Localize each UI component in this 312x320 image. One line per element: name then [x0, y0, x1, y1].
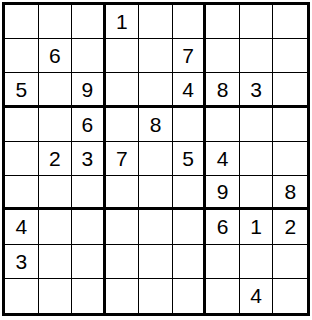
cell-r3c4[interactable]: [106, 73, 140, 107]
cell-r2c4[interactable]: [106, 39, 140, 73]
cell-r5c7[interactable]: 4: [206, 142, 240, 176]
cell-r4c5[interactable]: 8: [139, 108, 173, 142]
cell-r5c9[interactable]: [273, 142, 307, 176]
cell-r1c5[interactable]: [139, 5, 173, 39]
cell-r4c1[interactable]: [5, 108, 39, 142]
cell-r2c9[interactable]: [273, 39, 307, 73]
cell-r8c3[interactable]: [72, 245, 106, 279]
cell-r1c1[interactable]: [5, 5, 39, 39]
cell-r4c4[interactable]: [106, 108, 140, 142]
cell-r2c3[interactable]: [72, 39, 106, 73]
cell-r3c3[interactable]: 9: [72, 73, 106, 107]
cell-r8c6[interactable]: [173, 245, 207, 279]
cell-r5c2[interactable]: 2: [39, 142, 73, 176]
cell-r6c4[interactable]: [106, 176, 140, 210]
cell-r9c2[interactable]: [39, 279, 73, 313]
cell-r2c5[interactable]: [139, 39, 173, 73]
cell-r3c5[interactable]: [139, 73, 173, 107]
cell-r6c2[interactable]: [39, 176, 73, 210]
cell-r5c8[interactable]: [240, 142, 274, 176]
cell-r7c9[interactable]: 2: [273, 210, 307, 244]
cell-r6c6[interactable]: [173, 176, 207, 210]
cell-r9c7[interactable]: [206, 279, 240, 313]
cell-r9c5[interactable]: [139, 279, 173, 313]
cell-r3c6[interactable]: 4: [173, 73, 207, 107]
cell-r1c3[interactable]: [72, 5, 106, 39]
cell-r6c1[interactable]: [5, 176, 39, 210]
cell-r7c7[interactable]: 6: [206, 210, 240, 244]
cell-r8c9[interactable]: [273, 245, 307, 279]
cell-r5c5[interactable]: [139, 142, 173, 176]
cell-r4c6[interactable]: [173, 108, 207, 142]
sudoku-board: 16759483682375498461234: [2, 2, 310, 316]
cell-r6c9[interactable]: 8: [273, 176, 307, 210]
cell-r5c1[interactable]: [5, 142, 39, 176]
cell-r8c2[interactable]: [39, 245, 73, 279]
cell-r8c7[interactable]: [206, 245, 240, 279]
cell-r7c1[interactable]: 4: [5, 210, 39, 244]
cell-r5c6[interactable]: 5: [173, 142, 207, 176]
cell-r9c9[interactable]: [273, 279, 307, 313]
cell-r6c3[interactable]: [72, 176, 106, 210]
cell-r4c3[interactable]: 6: [72, 108, 106, 142]
cell-r9c3[interactable]: [72, 279, 106, 313]
cell-r8c5[interactable]: [139, 245, 173, 279]
cell-r6c5[interactable]: [139, 176, 173, 210]
cell-r4c2[interactable]: [39, 108, 73, 142]
cell-r9c1[interactable]: [5, 279, 39, 313]
cell-r7c8[interactable]: 1: [240, 210, 274, 244]
sudoku-screenshot: 16759483682375498461234: [0, 0, 312, 320]
cell-r3c9[interactable]: [273, 73, 307, 107]
cell-r8c1[interactable]: 3: [5, 245, 39, 279]
cell-r4c9[interactable]: [273, 108, 307, 142]
cell-r5c3[interactable]: 3: [72, 142, 106, 176]
cell-r5c4[interactable]: 7: [106, 142, 140, 176]
cell-r1c6[interactable]: [173, 5, 207, 39]
cell-r2c7[interactable]: [206, 39, 240, 73]
cell-r6c8[interactable]: [240, 176, 274, 210]
cell-r1c8[interactable]: [240, 5, 274, 39]
cell-r7c4[interactable]: [106, 210, 140, 244]
cell-r3c7[interactable]: 8: [206, 73, 240, 107]
cell-r2c1[interactable]: [5, 39, 39, 73]
cell-r7c5[interactable]: [139, 210, 173, 244]
cell-r2c2[interactable]: 6: [39, 39, 73, 73]
cell-r1c7[interactable]: [206, 5, 240, 39]
cell-r3c1[interactable]: 5: [5, 73, 39, 107]
cell-r1c2[interactable]: [39, 5, 73, 39]
cell-r3c2[interactable]: [39, 73, 73, 107]
cell-r9c8[interactable]: 4: [240, 279, 274, 313]
cell-r2c8[interactable]: [240, 39, 274, 73]
cell-r8c8[interactable]: [240, 245, 274, 279]
cell-r9c4[interactable]: [106, 279, 140, 313]
cell-r6c7[interactable]: 9: [206, 176, 240, 210]
cell-r8c4[interactable]: [106, 245, 140, 279]
cell-r4c8[interactable]: [240, 108, 274, 142]
cell-r4c7[interactable]: [206, 108, 240, 142]
cell-r1c9[interactable]: [273, 5, 307, 39]
cell-r3c8[interactable]: 3: [240, 73, 274, 107]
cell-r1c4[interactable]: 1: [106, 5, 140, 39]
cell-r9c6[interactable]: [173, 279, 207, 313]
cell-r7c2[interactable]: [39, 210, 73, 244]
cell-r7c3[interactable]: [72, 210, 106, 244]
cell-r2c6[interactable]: 7: [173, 39, 207, 73]
cell-r7c6[interactable]: [173, 210, 207, 244]
